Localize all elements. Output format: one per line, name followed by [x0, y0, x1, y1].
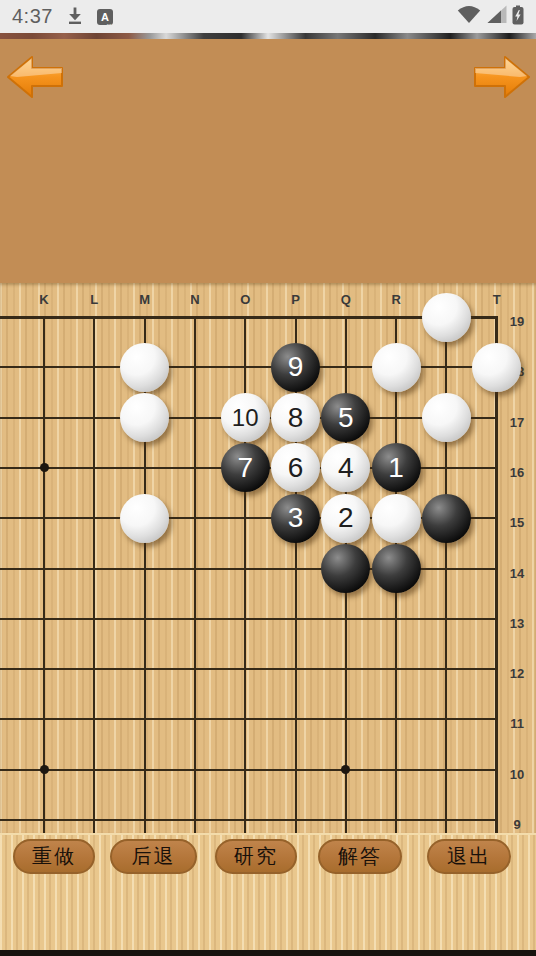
prev-arrow-button[interactable]	[5, 53, 65, 101]
move-number: 5	[338, 404, 354, 432]
col-label-R: R	[386, 292, 406, 307]
col-label-O: O	[235, 292, 255, 307]
row-label-14: 14	[502, 566, 532, 581]
row-label-11: 11	[502, 716, 532, 731]
battery-charging-icon	[512, 5, 524, 29]
move-number: 9	[288, 353, 304, 381]
status-bar-left: 4:37 A…	[12, 5, 113, 29]
undo-button[interactable]: 后退	[110, 839, 197, 874]
stone-black-O16[interactable]: 7	[221, 443, 270, 492]
cell-signal-icon	[487, 5, 507, 28]
move-number: 8	[288, 404, 304, 432]
answer-button[interactable]: 解答	[318, 839, 402, 874]
nav-area	[0, 39, 536, 283]
col-label-Q: Q	[336, 292, 356, 307]
stone-black-Q17[interactable]: 5	[321, 393, 370, 442]
col-label-L: L	[84, 292, 104, 307]
grid-vline-T	[495, 316, 498, 834]
wifi-icon	[456, 5, 482, 28]
stone-white-R18[interactable]	[372, 343, 421, 392]
stone-white-M18[interactable]	[120, 343, 169, 392]
move-number: 1	[388, 454, 404, 482]
move-number: 2	[338, 504, 354, 532]
row-label-15: 15	[502, 515, 532, 530]
stone-white-T18[interactable]	[472, 343, 521, 392]
row-label-9: 9	[502, 817, 532, 832]
star-point-K10	[40, 765, 49, 774]
move-number: 7	[237, 454, 253, 482]
ime-icon: A…	[97, 9, 113, 25]
stone-black-P15[interactable]: 3	[271, 494, 320, 543]
row-label-13: 13	[502, 616, 532, 631]
stone-black-R16[interactable]: 1	[372, 443, 421, 492]
grid-hline-18	[0, 366, 498, 368]
exit-button[interactable]: 退出	[427, 839, 511, 874]
col-label-K: K	[34, 292, 54, 307]
stone-white-R15[interactable]	[372, 494, 421, 543]
grid-hline-9	[0, 819, 498, 821]
stone-white-M17[interactable]	[120, 393, 169, 442]
stone-black-Q14[interactable]	[321, 544, 370, 593]
grid-hline-13	[0, 618, 498, 620]
study-button[interactable]: 研究	[215, 839, 297, 874]
stone-white-Q16[interactable]: 4	[321, 443, 370, 492]
stone-black-P18[interactable]: 9	[271, 343, 320, 392]
stone-white-S17[interactable]	[422, 393, 471, 442]
row-label-19: 19	[502, 314, 532, 329]
row-label-10: 10	[502, 767, 532, 782]
go-board[interactable]: KLMNOPQRST191817161514131211109910857641…	[0, 283, 536, 833]
stone-white-S19[interactable]	[422, 293, 471, 342]
col-label-M: M	[135, 292, 155, 307]
col-label-P: P	[286, 292, 306, 307]
redo-button[interactable]: 重做	[13, 839, 95, 874]
stone-white-O17[interactable]: 10	[221, 393, 270, 442]
grid-hline-10	[0, 769, 498, 771]
grid-hline-14	[0, 568, 498, 570]
grid-vline-L	[93, 316, 95, 834]
status-bar: 4:37 A…	[0, 0, 536, 33]
stone-white-P16[interactable]: 6	[271, 443, 320, 492]
stone-white-P17[interactable]: 8	[271, 393, 320, 442]
grid-hline-12	[0, 668, 498, 670]
row-label-16: 16	[502, 465, 532, 480]
download-icon	[65, 5, 85, 29]
move-number: 6	[288, 454, 304, 482]
star-point-Q10	[341, 765, 350, 774]
row-label-12: 12	[502, 666, 532, 681]
grid-vline-K	[43, 316, 45, 834]
move-number: 3	[288, 504, 304, 532]
stone-black-S15[interactable]	[422, 494, 471, 543]
stone-white-Q15[interactable]: 2	[321, 494, 370, 543]
app-screen: 4:37 A…	[0, 0, 536, 956]
status-bar-right	[456, 5, 524, 29]
star-point-K16	[40, 463, 49, 472]
col-label-T: T	[487, 292, 507, 307]
next-arrow-button[interactable]	[472, 53, 532, 101]
row-label-17: 17	[502, 415, 532, 430]
move-number: 10	[232, 406, 259, 430]
col-label-N: N	[185, 292, 205, 307]
nav-hint-bar	[0, 950, 536, 956]
grid-hline-11	[0, 718, 498, 720]
stone-black-R14[interactable]	[372, 544, 421, 593]
toolbar: 重做 后退 研究 解答 退出	[0, 833, 536, 950]
grid-vline-N	[194, 316, 196, 834]
stone-white-M15[interactable]	[120, 494, 169, 543]
clock: 4:37	[12, 5, 53, 28]
move-number: 4	[338, 454, 354, 482]
